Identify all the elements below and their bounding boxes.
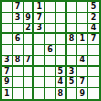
cell-r4c6[interactable]: [56, 34, 67, 45]
cell-r9c4[interactable]: [34, 88, 45, 99]
cell-r4c7[interactable]: 8: [67, 34, 78, 45]
cell-r2c1[interactable]: [2, 13, 13, 24]
cell-r5c4[interactable]: [34, 45, 45, 56]
sudoku-board: 71539722346817638747539457189: [0, 0, 101, 101]
cell-r4c8[interactable]: 1: [77, 34, 88, 45]
cell-r8c2[interactable]: [13, 77, 24, 88]
cell-r3c4[interactable]: 3: [34, 24, 45, 35]
cell-r3c7[interactable]: [67, 24, 78, 35]
cell-r8c5[interactable]: [45, 77, 56, 88]
cell-r1c4[interactable]: 1: [34, 2, 45, 13]
cell-r1c9[interactable]: 5: [88, 2, 99, 13]
cell-r9c2[interactable]: [13, 88, 24, 99]
cell-r8c3[interactable]: [24, 77, 35, 88]
cell-r2c3[interactable]: 9: [24, 13, 35, 24]
cell-r5c9[interactable]: [88, 45, 99, 56]
cell-r4c3[interactable]: [24, 34, 35, 45]
cell-r5c8[interactable]: [77, 45, 88, 56]
cell-r6c5[interactable]: [45, 56, 56, 67]
cell-r5c5[interactable]: 6: [45, 45, 56, 56]
cell-r9c3[interactable]: [24, 88, 35, 99]
cell-r7c1[interactable]: 7: [2, 67, 13, 78]
cell-r8c6[interactable]: 4: [56, 77, 67, 88]
cell-r7c8[interactable]: [77, 67, 88, 78]
cell-r7c3[interactable]: [24, 67, 35, 78]
cell-r3c2[interactable]: [13, 24, 24, 35]
cell-r9c9[interactable]: [88, 88, 99, 99]
cell-r6c7[interactable]: [67, 56, 78, 67]
cell-r4c2[interactable]: 6: [13, 34, 24, 45]
cell-r7c9[interactable]: [88, 67, 99, 78]
cell-r8c7[interactable]: 5: [67, 77, 78, 88]
cell-r6c3[interactable]: 7: [24, 56, 35, 67]
cell-r5c1[interactable]: [2, 45, 13, 56]
cell-r4c5[interactable]: [45, 34, 56, 45]
cell-r2c9[interactable]: 2: [88, 13, 99, 24]
cell-r1c7[interactable]: [67, 2, 78, 13]
cell-r6c8[interactable]: 4: [77, 56, 88, 67]
cell-r7c5[interactable]: [45, 67, 56, 78]
cell-r4c1[interactable]: [2, 34, 13, 45]
cell-r3c3[interactable]: 2: [24, 24, 35, 35]
cell-r7c7[interactable]: 3: [67, 67, 78, 78]
cell-r2c4[interactable]: 7: [34, 13, 45, 24]
cell-r7c4[interactable]: [34, 67, 45, 78]
cell-r9c5[interactable]: [45, 88, 56, 99]
cell-r1c3[interactable]: [24, 2, 35, 13]
cell-r7c6[interactable]: 5: [56, 67, 67, 78]
cell-r2c6[interactable]: [56, 13, 67, 24]
cell-r1c2[interactable]: 7: [13, 2, 24, 13]
cell-r1c5[interactable]: [45, 2, 56, 13]
cell-r9c1[interactable]: 1: [2, 88, 13, 99]
cell-r9c6[interactable]: 8: [56, 88, 67, 99]
cell-r9c8[interactable]: 9: [77, 88, 88, 99]
cell-r8c9[interactable]: [88, 77, 99, 88]
cell-r1c1[interactable]: [2, 2, 13, 13]
cell-r6c4[interactable]: [34, 56, 45, 67]
cell-r2c5[interactable]: [45, 13, 56, 24]
cell-r3c6[interactable]: [56, 24, 67, 35]
cell-r7c2[interactable]: [13, 67, 24, 78]
cell-r4c9[interactable]: 7: [88, 34, 99, 45]
cell-r3c1[interactable]: [2, 24, 13, 35]
cell-r6c6[interactable]: [56, 56, 67, 67]
cell-r6c9[interactable]: [88, 56, 99, 67]
cell-r8c8[interactable]: 7: [77, 77, 88, 88]
cell-r3c5[interactable]: [45, 24, 56, 35]
cell-r2c8[interactable]: [77, 13, 88, 24]
cell-r6c2[interactable]: 8: [13, 56, 24, 67]
cell-r2c7[interactable]: [67, 13, 78, 24]
cell-r5c7[interactable]: [67, 45, 78, 56]
cell-r5c2[interactable]: [13, 45, 24, 56]
cell-r3c9[interactable]: 4: [88, 24, 99, 35]
cell-r8c4[interactable]: [34, 77, 45, 88]
cell-r3c8[interactable]: [77, 24, 88, 35]
cell-r5c6[interactable]: [56, 45, 67, 56]
cell-r1c6[interactable]: [56, 2, 67, 13]
cell-r5c3[interactable]: [24, 45, 35, 56]
cell-r2c2[interactable]: 3: [13, 13, 24, 24]
cell-r8c1[interactable]: 9: [2, 77, 13, 88]
cell-r1c8[interactable]: [77, 2, 88, 13]
cell-r6c1[interactable]: 3: [2, 56, 13, 67]
cell-r4c4[interactable]: [34, 34, 45, 45]
cell-r9c7[interactable]: [67, 88, 78, 99]
